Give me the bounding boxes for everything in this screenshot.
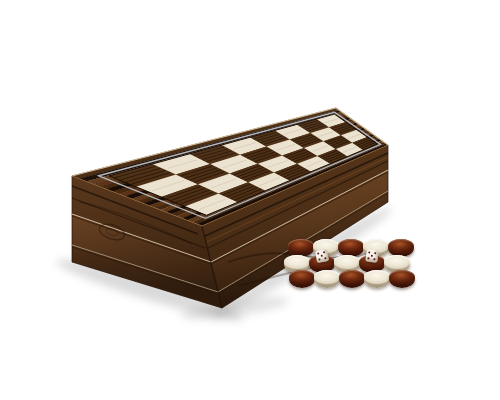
die-pip [374, 252, 377, 255]
checker-light [364, 270, 390, 288]
die-pip [317, 252, 320, 255]
checker-top [288, 239, 314, 253]
die-pip [371, 254, 374, 257]
die-pip [373, 258, 376, 261]
checker-top [314, 270, 340, 284]
checker-top [339, 270, 365, 284]
checker-top [389, 270, 415, 284]
die-pip [368, 251, 371, 254]
checker-top [384, 255, 410, 269]
die-pip [367, 257, 370, 260]
checker-dark [388, 239, 414, 257]
checker-top [388, 239, 414, 253]
checker-dark [338, 239, 364, 257]
product-photo-scene [0, 0, 500, 400]
checker-top [338, 239, 364, 253]
die-pip [324, 256, 327, 259]
die [365, 249, 379, 263]
checker-top [334, 255, 360, 269]
die [315, 248, 329, 262]
checker-dark [339, 270, 365, 288]
checker-light [314, 270, 340, 288]
checker-dark [389, 270, 415, 288]
checker-top [364, 270, 390, 284]
die-pip [318, 258, 321, 261]
checkers-tray [0, 0, 500, 400]
checker-dark [288, 239, 314, 257]
checker-top [289, 270, 315, 284]
die-pip [323, 251, 326, 254]
checker-top [284, 255, 310, 269]
checker-dark [289, 270, 315, 288]
die-pip [321, 254, 324, 257]
